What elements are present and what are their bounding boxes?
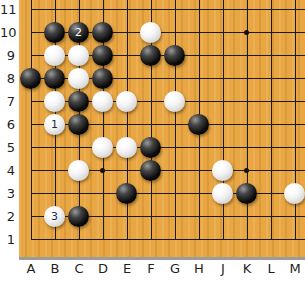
black-stone-G9 [164,45,185,66]
row-label-5: 5 [0,140,15,156]
white-stone-E7 [116,91,137,112]
white-stone-J4 [212,160,233,181]
cell-L9[interactable] [259,44,283,67]
cell-G2[interactable] [163,205,187,228]
cell-H1[interactable] [187,228,211,251]
black-stone-H6 [188,114,209,135]
cell-M4[interactable] [283,159,305,182]
cell-L1[interactable] [259,228,283,251]
cell-K2[interactable] [235,205,259,228]
cell-C11[interactable] [67,0,91,21]
cell-J3[interactable] [211,182,235,205]
cell-M10[interactable] [283,21,305,44]
cell-L5[interactable] [259,136,283,159]
col-label-J: J [221,261,225,276]
cell-M8[interactable] [283,67,305,90]
cell-C5[interactable] [67,136,91,159]
row-label-3: 3 [0,186,15,202]
cell-E1[interactable] [115,228,139,251]
cell-L6[interactable] [259,113,283,136]
cell-B5[interactable] [43,136,67,159]
cell-F11[interactable] [139,0,163,21]
cell-E8[interactable] [115,67,139,90]
cell-J10[interactable] [211,21,235,44]
cell-C3[interactable] [67,182,91,205]
cell-H7[interactable] [187,90,211,113]
cell-A6[interactable] [19,113,43,136]
cell-B1[interactable] [43,228,67,251]
cell-D4[interactable] [91,159,115,182]
cell-K8[interactable] [235,67,259,90]
col-label-D: D [98,261,108,276]
cell-C7[interactable] [67,90,91,113]
cell-A1[interactable] [19,228,43,251]
black-stone-C10-move-2: 2 [68,22,89,43]
cell-B7[interactable] [43,90,67,113]
cell-K11[interactable] [235,0,259,21]
cell-G1[interactable] [163,228,187,251]
cell-F4[interactable] [139,159,163,182]
go-board: 213 [19,0,305,260]
cell-E7[interactable] [115,90,139,113]
cell-M7[interactable] [283,90,305,113]
cell-D11[interactable] [91,0,115,21]
cell-A3[interactable] [19,182,43,205]
cell-E6[interactable] [115,113,139,136]
cell-C9[interactable] [67,44,91,67]
cell-G7[interactable] [163,90,187,113]
cell-C8[interactable] [67,67,91,90]
row-label-10: 10 [0,25,15,41]
cell-K9[interactable] [235,44,259,67]
cell-G6[interactable] [163,113,187,136]
cell-H3[interactable] [187,182,211,205]
cell-A2[interactable] [19,205,43,228]
cell-J1[interactable] [211,228,235,251]
cell-M5[interactable] [283,136,305,159]
cell-E3[interactable] [115,182,139,205]
cell-F1[interactable] [139,228,163,251]
black-stone-F5 [140,137,161,158]
col-label-E: E [123,261,131,276]
cell-B10[interactable] [43,21,67,44]
cell-C1[interactable] [67,228,91,251]
cell-A9[interactable] [19,44,43,67]
col-label-A: A [27,261,36,276]
black-stone-F4 [140,160,161,181]
cell-A4[interactable] [19,159,43,182]
cell-D10[interactable] [91,21,115,44]
white-stone-F10 [140,22,161,43]
cell-F6[interactable] [139,113,163,136]
cell-H6[interactable] [187,113,211,136]
cell-K4[interactable] [235,159,259,182]
cell-F10[interactable] [139,21,163,44]
white-stone-B6-move-1: 1 [44,114,65,135]
cell-B6[interactable]: 1 [43,113,67,136]
cell-F5[interactable] [139,136,163,159]
row-label-8: 8 [0,71,15,87]
col-label-L: L [267,261,274,276]
cell-E11[interactable] [115,0,139,21]
black-stone-D10 [92,22,113,43]
cell-B11[interactable] [43,0,67,21]
cell-B2[interactable]: 3 [43,205,67,228]
cell-H8[interactable] [187,67,211,90]
col-label-M: M [289,261,300,276]
white-stone-D5 [92,137,113,158]
cell-A10[interactable] [19,21,43,44]
cell-G5[interactable] [163,136,187,159]
cell-H5[interactable] [187,136,211,159]
black-stone-C6 [68,114,89,135]
col-label-C: C [74,261,83,276]
row-label-1: 1 [0,232,15,248]
cell-J2[interactable] [211,205,235,228]
col-label-B: B [51,261,60,276]
col-label-F: F [147,261,154,276]
cell-L4[interactable] [259,159,283,182]
cell-D8[interactable] [91,67,115,90]
cell-F8[interactable] [139,67,163,90]
cell-L2[interactable] [259,205,283,228]
cell-K10[interactable] [235,21,259,44]
cell-J7[interactable] [211,90,235,113]
cell-A11[interactable] [19,0,43,21]
cell-H4[interactable] [187,159,211,182]
black-stone-C2 [68,206,89,227]
cell-D7[interactable] [91,90,115,113]
cell-M3[interactable] [283,182,305,205]
cell-M11[interactable] [283,0,305,21]
black-stone-D9 [92,45,113,66]
cell-B3[interactable] [43,182,67,205]
cell-C10[interactable]: 2 [67,21,91,44]
cell-E9[interactable] [115,44,139,67]
row-label-9: 9 [0,48,15,64]
row-label-6: 6 [0,117,15,133]
white-stone-J3 [212,183,233,204]
cell-J5[interactable] [211,136,235,159]
col-label-K: K [243,261,252,276]
cell-L3[interactable] [259,182,283,205]
white-stone-M3 [284,183,305,204]
board-grid[interactable]: 213 [19,0,305,251]
cell-B4[interactable] [43,159,67,182]
cell-C6[interactable] [67,113,91,136]
cell-K7[interactable] [235,90,259,113]
white-stone-D7 [92,91,113,112]
cell-C2[interactable] [67,205,91,228]
cell-H9[interactable] [187,44,211,67]
white-stone-C8 [68,68,89,89]
cell-F2[interactable] [139,205,163,228]
black-stone-B8 [44,68,65,89]
cell-H2[interactable] [187,205,211,228]
black-stone-C7 [68,91,89,112]
white-stone-B9 [44,45,65,66]
cell-A5[interactable] [19,136,43,159]
go-diagram: 213 1110987654321 ABCDEFGHJKLM [0,0,305,284]
col-label-H: H [194,261,204,276]
cell-G11[interactable] [163,0,187,21]
cell-J11[interactable] [211,0,235,21]
white-stone-B7 [44,91,65,112]
cell-K3[interactable] [235,182,259,205]
cell-L8[interactable] [259,67,283,90]
col-label-G: G [170,261,180,276]
black-stone-E3 [116,183,137,204]
black-stone-K3 [236,183,257,204]
white-stone-E5 [116,137,137,158]
cell-F3[interactable] [139,182,163,205]
cell-E4[interactable] [115,159,139,182]
cell-G3[interactable] [163,182,187,205]
white-stone-C4 [68,160,89,181]
cell-M1[interactable] [283,228,305,251]
cell-M9[interactable] [283,44,305,67]
row-label-4: 4 [0,163,15,179]
cell-D3[interactable] [91,182,115,205]
cell-E2[interactable] [115,205,139,228]
cell-J8[interactable] [211,67,235,90]
row-label-2: 2 [0,209,15,225]
cell-F9[interactable] [139,44,163,67]
black-stone-D8 [92,68,113,89]
cell-F7[interactable] [139,90,163,113]
cell-H10[interactable] [187,21,211,44]
cell-D5[interactable] [91,136,115,159]
cell-M6[interactable] [283,113,305,136]
black-stone-B10 [44,22,65,43]
row-label-7: 7 [0,94,15,110]
white-stone-C9 [68,45,89,66]
cell-H11[interactable] [187,0,211,21]
black-stone-F9 [140,45,161,66]
row-label-11: 11 [0,2,15,18]
cell-A7[interactable] [19,90,43,113]
cell-K5[interactable] [235,136,259,159]
cell-L10[interactable] [259,21,283,44]
cell-B9[interactable] [43,44,67,67]
cell-A8[interactable] [19,67,43,90]
white-stone-G7 [164,91,185,112]
cell-D1[interactable] [91,228,115,251]
cell-G10[interactable] [163,21,187,44]
cell-K6[interactable] [235,113,259,136]
cell-E5[interactable] [115,136,139,159]
cell-G8[interactable] [163,67,187,90]
cell-G9[interactable] [163,44,187,67]
cell-D6[interactable] [91,113,115,136]
cell-K1[interactable] [235,228,259,251]
cell-J4[interactable] [211,159,235,182]
cell-J9[interactable] [211,44,235,67]
cell-C4[interactable] [67,159,91,182]
cell-L11[interactable] [259,0,283,21]
white-stone-B2-move-3: 3 [44,206,65,227]
cell-D9[interactable] [91,44,115,67]
cell-J6[interactable] [211,113,235,136]
black-stone-A8 [20,68,41,89]
cell-G4[interactable] [163,159,187,182]
cell-D2[interactable] [91,205,115,228]
cell-M2[interactable] [283,205,305,228]
cell-E10[interactable] [115,21,139,44]
cell-B8[interactable] [43,67,67,90]
cell-L7[interactable] [259,90,283,113]
